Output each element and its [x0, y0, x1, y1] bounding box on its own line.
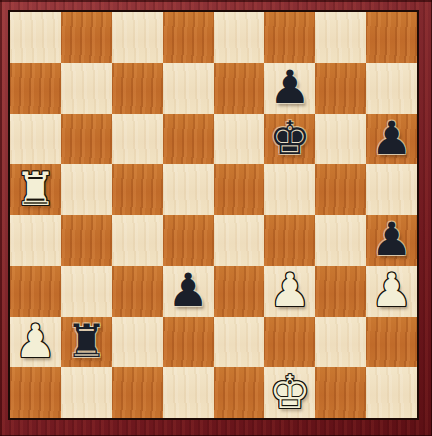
square-f7[interactable]: ♟: [264, 63, 315, 114]
square-e5[interactable]: [214, 164, 265, 215]
square-e4[interactable]: [214, 215, 265, 266]
square-g1[interactable]: [315, 367, 366, 418]
square-c2[interactable]: [112, 317, 163, 368]
square-b8[interactable]: [61, 12, 112, 63]
square-a4[interactable]: [10, 215, 61, 266]
square-b4[interactable]: [61, 215, 112, 266]
square-a1[interactable]: [10, 367, 61, 418]
square-a7[interactable]: [10, 63, 61, 114]
piece-white-rook[interactable]: ♜: [15, 166, 56, 212]
square-b5[interactable]: [61, 164, 112, 215]
square-h1[interactable]: [366, 367, 417, 418]
square-e7[interactable]: [214, 63, 265, 114]
square-h7[interactable]: [366, 63, 417, 114]
piece-white-pawn[interactable]: ♟: [15, 318, 56, 364]
square-e2[interactable]: [214, 317, 265, 368]
square-a8[interactable]: [10, 12, 61, 63]
square-g8[interactable]: [315, 12, 366, 63]
square-c8[interactable]: [112, 12, 163, 63]
square-b1[interactable]: [61, 367, 112, 418]
square-f6[interactable]: ♚: [264, 114, 315, 165]
square-g3[interactable]: [315, 266, 366, 317]
square-d1[interactable]: [163, 367, 214, 418]
square-b2[interactable]: ♜: [61, 317, 112, 368]
square-c1[interactable]: [112, 367, 163, 418]
square-c3[interactable]: [112, 266, 163, 317]
square-b3[interactable]: [61, 266, 112, 317]
square-e3[interactable]: [214, 266, 265, 317]
piece-white-pawn[interactable]: ♟: [269, 267, 310, 313]
piece-black-pawn[interactable]: ♟: [167, 267, 208, 313]
square-a2[interactable]: ♟: [10, 317, 61, 368]
square-h4[interactable]: ♟: [366, 215, 417, 266]
square-d7[interactable]: [163, 63, 214, 114]
square-g4[interactable]: [315, 215, 366, 266]
square-d3[interactable]: ♟: [163, 266, 214, 317]
square-f2[interactable]: [264, 317, 315, 368]
square-b7[interactable]: [61, 63, 112, 114]
square-g2[interactable]: [315, 317, 366, 368]
square-g5[interactable]: [315, 164, 366, 215]
piece-white-king[interactable]: ♚: [269, 369, 310, 415]
square-h2[interactable]: [366, 317, 417, 368]
square-h6[interactable]: ♟: [366, 114, 417, 165]
square-d8[interactable]: [163, 12, 214, 63]
square-f5[interactable]: [264, 164, 315, 215]
square-e1[interactable]: [214, 367, 265, 418]
square-c6[interactable]: [112, 114, 163, 165]
square-a5[interactable]: ♜: [10, 164, 61, 215]
square-g7[interactable]: [315, 63, 366, 114]
square-h5[interactable]: [366, 164, 417, 215]
square-d4[interactable]: [163, 215, 214, 266]
square-c7[interactable]: [112, 63, 163, 114]
piece-black-pawn[interactable]: ♟: [269, 64, 310, 110]
piece-black-pawn[interactable]: ♟: [371, 115, 412, 161]
piece-black-rook[interactable]: ♜: [66, 318, 107, 364]
square-a3[interactable]: [10, 266, 61, 317]
piece-black-pawn[interactable]: ♟: [371, 216, 412, 262]
square-d5[interactable]: [163, 164, 214, 215]
board: ♟♚♟♜♟♟♟♟♟♜♚: [8, 10, 419, 420]
square-f3[interactable]: ♟: [264, 266, 315, 317]
square-f1[interactable]: ♚: [264, 367, 315, 418]
square-e8[interactable]: [214, 12, 265, 63]
square-d6[interactable]: [163, 114, 214, 165]
square-a6[interactable]: [10, 114, 61, 165]
square-h8[interactable]: [366, 12, 417, 63]
board-frame: ♟♚♟♜♟♟♟♟♟♜♚: [0, 0, 432, 436]
square-c5[interactable]: [112, 164, 163, 215]
square-f8[interactable]: [264, 12, 315, 63]
piece-white-pawn[interactable]: ♟: [371, 267, 412, 313]
square-b6[interactable]: [61, 114, 112, 165]
square-h3[interactable]: ♟: [366, 266, 417, 317]
piece-black-king[interactable]: ♚: [269, 115, 310, 161]
square-e6[interactable]: [214, 114, 265, 165]
square-g6[interactable]: [315, 114, 366, 165]
square-d2[interactable]: [163, 317, 214, 368]
square-f4[interactable]: [264, 215, 315, 266]
square-c4[interactable]: [112, 215, 163, 266]
